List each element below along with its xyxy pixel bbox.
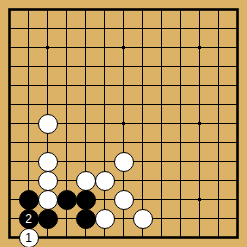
black-stone[interactable] (38, 209, 58, 229)
white-stone[interactable] (114, 190, 134, 210)
white-stone[interactable] (38, 152, 58, 172)
white-stone[interactable] (38, 190, 58, 210)
black-stone[interactable] (19, 190, 39, 210)
black-stone[interactable] (57, 190, 77, 210)
black-stone[interactable]: 2 (19, 209, 39, 229)
black-stone[interactable] (76, 190, 96, 210)
white-stone[interactable] (76, 171, 96, 191)
white-stone[interactable] (95, 209, 115, 229)
white-stone[interactable] (114, 152, 134, 172)
white-stone[interactable] (38, 114, 58, 134)
go-board-diagram: 12 (0, 0, 247, 247)
white-stone[interactable]: 1 (19, 228, 39, 247)
white-stone[interactable] (95, 171, 115, 191)
move-number-label: 2 (25, 212, 32, 224)
move-number-label: 1 (25, 231, 32, 243)
white-stone[interactable] (133, 209, 153, 229)
stones-layer: 12 (0, 0, 247, 247)
white-stone[interactable] (38, 171, 58, 191)
black-stone[interactable] (76, 209, 96, 229)
